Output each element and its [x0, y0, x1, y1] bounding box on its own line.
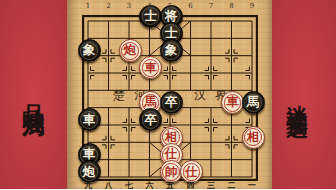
- file-label-top: 9: [250, 2, 254, 10]
- piece-character: 象: [83, 44, 96, 57]
- file-label-top: 8: [229, 2, 233, 10]
- piece-character: 帥: [165, 166, 178, 179]
- file-label-top: 7: [209, 2, 213, 10]
- file-label-bottom: 六: [146, 180, 154, 190]
- xiangqi-board: 楚河 汉界 士将士象炮象車馬卒車馬車卒相相車仕炮帥仕: [82, 15, 258, 181]
- piece-character: 士: [144, 10, 157, 23]
- piece-character: 車: [144, 62, 157, 75]
- piece-black-ju[interactable]: 車: [78, 108, 101, 131]
- piece-character: 仕: [165, 148, 178, 161]
- file-label-bottom: 五: [166, 180, 174, 190]
- piece-character: 車: [83, 148, 96, 161]
- file-label-bottom: 三: [207, 180, 215, 190]
- piece-character: 卒: [144, 114, 157, 127]
- piece-character: 相: [247, 131, 260, 144]
- file-label-top: 2: [106, 2, 110, 10]
- file-label-top: 4: [147, 2, 151, 10]
- piece-black-zu[interactable]: 卒: [160, 91, 183, 114]
- piece-character: 炮: [83, 166, 96, 179]
- piece-red-pao[interactable]: 炮: [119, 39, 142, 62]
- piece-character: 仕: [185, 166, 198, 179]
- piece-character: 車: [83, 114, 96, 127]
- piece-character: 象: [165, 44, 178, 57]
- file-label-top: 6: [188, 2, 192, 10]
- right-banner: 迷途知返: [272, 0, 336, 189]
- piece-character: 馬: [144, 96, 157, 109]
- piece-character: 卒: [165, 96, 178, 109]
- piece-character: 相: [165, 131, 178, 144]
- piece-black-xiang[interactable]: 象: [78, 39, 101, 62]
- piece-character: 将: [165, 10, 178, 23]
- piece-character: 士: [165, 27, 178, 40]
- left-banner: 品味残局: [0, 0, 67, 189]
- file-label-bottom: 四: [187, 180, 195, 190]
- left-banner-text: 品味残局: [23, 87, 45, 103]
- file-label-bottom: 一: [248, 180, 256, 190]
- xiangqi-scene: 品味残局 123456789 九八七六五四三二一 楚河 汉界 士将士象炮象車馬卒…: [0, 0, 336, 189]
- piece-red-xiang[interactable]: 相: [242, 126, 265, 149]
- file-label-top: 5: [168, 2, 172, 10]
- file-label-top: 3: [127, 2, 131, 10]
- piece-character: 馬: [247, 96, 260, 109]
- piece-character: 炮: [124, 44, 137, 57]
- file-label-bottom: 八: [105, 180, 113, 190]
- piece-character: 車: [226, 96, 239, 109]
- file-label-bottom: 二: [228, 180, 236, 190]
- piece-black-xiang[interactable]: 象: [160, 39, 183, 62]
- file-label-bottom: 九: [84, 180, 92, 190]
- right-banner-text: 迷途知返: [286, 87, 308, 103]
- piece-black-ma[interactable]: 馬: [242, 91, 265, 114]
- file-label-top: 1: [86, 2, 90, 10]
- file-label-bottom: 七: [125, 180, 133, 190]
- piece-red-ju[interactable]: 車: [221, 91, 244, 114]
